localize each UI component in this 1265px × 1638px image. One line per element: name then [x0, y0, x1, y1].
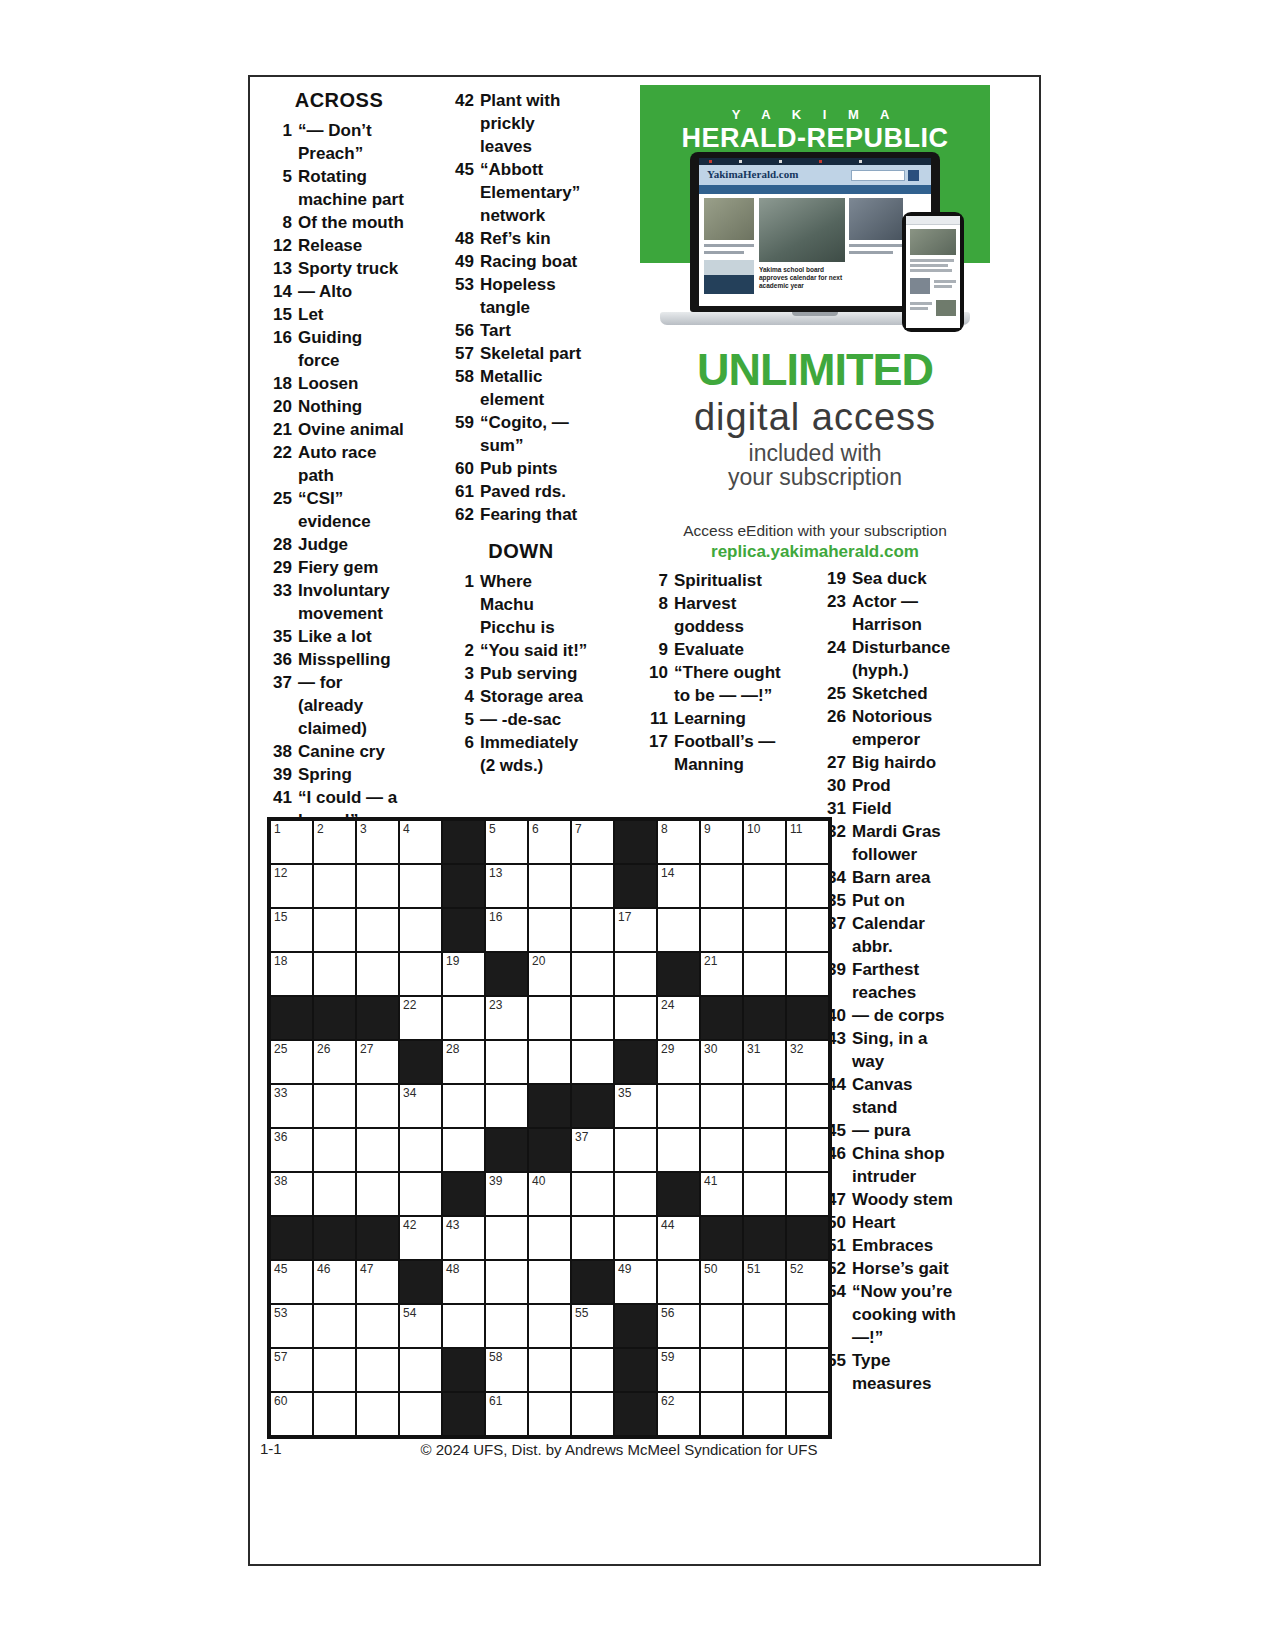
cell-number: 32	[790, 1042, 803, 1056]
grid-cell[interactable]: 36	[270, 1128, 313, 1172]
cell-number: 13	[489, 866, 502, 880]
grid-cell[interactable]: 56	[657, 1304, 700, 1348]
grid-cell[interactable]	[614, 952, 657, 996]
grid-cell[interactable]: 61	[485, 1392, 528, 1436]
grid-cell[interactable]: 31	[743, 1040, 786, 1084]
grid-cell[interactable]: 11	[786, 820, 829, 864]
grid-cell[interactable]	[528, 1260, 571, 1304]
grid-cell[interactable]: 21	[700, 952, 743, 996]
clue-item: 5Rotating machine part	[266, 165, 412, 211]
clue-number: 57	[448, 342, 480, 365]
grid-cell[interactable]: 24	[657, 996, 700, 1040]
clue-number: 3	[448, 662, 480, 685]
ad-headline: UNLIMITED	[640, 347, 990, 393]
grid-cell[interactable]	[485, 1304, 528, 1348]
clue-item: 24Disturbance (hyph.)	[820, 636, 966, 682]
cell-number: 52	[790, 1262, 803, 1276]
clue-item: 60Pub pints	[448, 457, 594, 480]
grid-black-cell	[485, 952, 528, 996]
grid-cell[interactable]: 16	[485, 908, 528, 952]
grid-cell[interactable]: 14	[657, 864, 700, 908]
grid-cell[interactable]	[571, 1392, 614, 1436]
grid-cell[interactable]	[786, 1304, 829, 1348]
grid-cell[interactable]	[571, 1348, 614, 1392]
grid-cell[interactable]	[700, 1128, 743, 1172]
grid-black-cell	[657, 1172, 700, 1216]
grid-black-cell	[743, 1216, 786, 1260]
grid-cell[interactable]: 4	[399, 820, 442, 864]
clue-number: 49	[448, 250, 480, 273]
grid-cell[interactable]	[356, 1348, 399, 1392]
grid-cell[interactable]: 13	[485, 864, 528, 908]
site-nav-bar	[699, 185, 931, 194]
clue-item: 52Horse’s gait	[820, 1257, 966, 1280]
grid-cell[interactable]	[399, 1128, 442, 1172]
clue-text: “Cogito, — sum”	[480, 411, 590, 457]
grid-cell[interactable]	[700, 1304, 743, 1348]
grid-black-cell	[571, 1084, 614, 1128]
grid-cell[interactable]	[442, 1084, 485, 1128]
grid-cell[interactable]: 53	[270, 1304, 313, 1348]
grid-cell[interactable]: 20	[528, 952, 571, 996]
grid-cell[interactable]	[528, 1348, 571, 1392]
grid-cell[interactable]	[442, 996, 485, 1040]
clue-text: “CSI” evidence	[298, 487, 408, 533]
grid-cell[interactable]	[700, 1392, 743, 1436]
grid-cell[interactable]	[399, 952, 442, 996]
grid-cell[interactable]	[528, 996, 571, 1040]
cell-number: 12	[274, 866, 287, 880]
grid-cell[interactable]	[786, 1172, 829, 1216]
text-bar	[910, 264, 948, 267]
clue-item: 12Release	[266, 234, 412, 257]
grid-black-cell	[614, 1392, 657, 1436]
grid-cell[interactable]	[786, 1084, 829, 1128]
grid-black-cell	[571, 1260, 614, 1304]
across-column-1: ACROSS 1“— Don’t Preach”5Rotating machin…	[266, 89, 412, 832]
clue-number: 19	[820, 567, 852, 590]
cell-number: 27	[360, 1042, 373, 1056]
grid-cell[interactable]	[571, 952, 614, 996]
grid-black-cell	[614, 1348, 657, 1392]
grid-cell[interactable]: 29	[657, 1040, 700, 1084]
news-photo	[849, 198, 903, 240]
grid-cell[interactable]	[743, 1304, 786, 1348]
grid-cell[interactable]	[399, 864, 442, 908]
cell-number: 51	[747, 1262, 760, 1276]
cell-number: 45	[274, 1262, 287, 1276]
grid-cell[interactable]	[571, 864, 614, 908]
grid-cell[interactable]: 38	[270, 1172, 313, 1216]
grid-cell[interactable]	[614, 996, 657, 1040]
clue-item: 27Big hairdo	[820, 751, 966, 774]
grid-cell[interactable]	[313, 1084, 356, 1128]
grid-cell[interactable]	[700, 1084, 743, 1128]
cell-number: 57	[274, 1350, 287, 1364]
clue-item: 61Paved rds.	[448, 480, 594, 503]
grid-cell[interactable]	[442, 1128, 485, 1172]
clue-number: 20	[266, 395, 298, 418]
cell-number: 1	[274, 822, 281, 836]
grid-cell[interactable]: 52	[786, 1260, 829, 1304]
down-column-1: 7Spiritualist8Harvest goddess9Evaluate10…	[642, 569, 788, 776]
clue-text: Calendar abbr.	[852, 912, 962, 958]
grid-cell[interactable]: 2	[313, 820, 356, 864]
text-bar	[910, 259, 954, 262]
cell-number: 24	[661, 998, 674, 1012]
grid-cell[interactable]	[657, 1128, 700, 1172]
clue-number: 10	[642, 661, 674, 684]
text-bar	[704, 244, 754, 247]
grid-cell[interactable]: 1	[270, 820, 313, 864]
cell-number: 4	[403, 822, 410, 836]
down-clue-list-1: 1Where Machu Picchu is2“You said it!”3Pu…	[448, 570, 594, 777]
clue-text: Nothing	[298, 395, 408, 418]
clue-item: 22Auto race path	[266, 441, 412, 487]
clue-item: 42Plant with prickly leaves	[448, 89, 594, 158]
ad-sub-line2: your subscription	[640, 465, 990, 489]
clue-text: Canine cry	[298, 740, 408, 763]
grid-cell[interactable]	[356, 1128, 399, 1172]
clue-item: 34Barn area	[820, 866, 966, 889]
grid-cell[interactable]	[399, 1392, 442, 1436]
grid-cell[interactable]	[485, 1260, 528, 1304]
cell-number: 30	[704, 1042, 717, 1056]
laptop-headline: Yakima school board approves calendar fo…	[759, 266, 851, 290]
grid-cell[interactable]	[743, 1348, 786, 1392]
grid-cell[interactable]	[571, 996, 614, 1040]
clue-number: 25	[266, 487, 298, 510]
cell-number: 20	[532, 954, 545, 968]
grid-black-cell	[528, 1128, 571, 1172]
grid-cell[interactable]	[786, 864, 829, 908]
grid-cell[interactable]: 58	[485, 1348, 528, 1392]
clue-item: 39Spring	[266, 763, 412, 786]
clue-item: 49Racing boat	[448, 250, 594, 273]
grid-cell[interactable]	[528, 1304, 571, 1348]
clue-number: 59	[448, 411, 480, 434]
clue-item: 7Spiritualist	[642, 569, 788, 592]
grid-cell[interactable]: 12	[270, 864, 313, 908]
grid-black-cell	[442, 864, 485, 908]
grid-cell[interactable]: 15	[270, 908, 313, 952]
grid-cell[interactable]	[399, 1348, 442, 1392]
grid-cell[interactable]	[485, 1216, 528, 1260]
clue-text: Barn area	[852, 866, 962, 889]
cell-number: 2	[317, 822, 324, 836]
clue-item: 50Heart	[820, 1211, 966, 1234]
grid-cell[interactable]	[528, 908, 571, 952]
grid-cell[interactable]: 47	[356, 1260, 399, 1304]
grid-cell[interactable]: 62	[657, 1392, 700, 1436]
grid-cell[interactable]	[657, 908, 700, 952]
clue-number: 2	[448, 639, 480, 662]
grid-cell[interactable]	[485, 1084, 528, 1128]
grid-cell[interactable]: 46	[313, 1260, 356, 1304]
grid-cell[interactable]: 39	[485, 1172, 528, 1216]
clue-item: 21Ovine animal	[266, 418, 412, 441]
grid-black-cell	[313, 996, 356, 1040]
phone-photo	[936, 300, 956, 316]
grid-cell[interactable]	[356, 1172, 399, 1216]
cell-number: 33	[274, 1086, 287, 1100]
grid-black-cell	[442, 908, 485, 952]
grid-cell[interactable]: 54	[399, 1304, 442, 1348]
clue-number: 53	[448, 273, 480, 296]
grid-cell[interactable]: 55	[571, 1304, 614, 1348]
clue-item: 62Fearing that	[448, 503, 594, 526]
grid-cell[interactable]: 48	[442, 1260, 485, 1304]
grid-cell[interactable]	[356, 908, 399, 952]
grid-black-cell	[442, 1392, 485, 1436]
grid-cell[interactable]	[356, 1392, 399, 1436]
grid-cell[interactable]: 51	[743, 1260, 786, 1304]
grid-cell[interactable]	[313, 1392, 356, 1436]
across-clue-list-2: 42Plant with prickly leaves45“Abbott Ele…	[448, 89, 594, 526]
grid-cell[interactable]: 7	[571, 820, 614, 864]
clue-text: Sketched	[852, 682, 962, 705]
clue-item: 39Farthest reaches	[820, 958, 966, 1004]
down-column-2: 19Sea duck23Actor — Harrison24Disturbanc…	[820, 567, 966, 1395]
grid-cell[interactable]: 44	[657, 1216, 700, 1260]
grid-cell[interactable]	[356, 1084, 399, 1128]
grid-cell[interactable]: 27	[356, 1040, 399, 1084]
news-ad-photo	[704, 260, 754, 294]
ad-url-link[interactable]: replica.yakimaherald.com	[640, 542, 990, 562]
clue-number: 9	[642, 638, 674, 661]
site-masthead-logo: YakimaHerald.com	[707, 168, 798, 180]
grid-cell[interactable]	[399, 908, 442, 952]
grid-cell[interactable]	[313, 1304, 356, 1348]
ad-sub-line1: included with	[640, 441, 990, 465]
clue-number: 39	[266, 763, 298, 786]
clue-item: 45— pura	[820, 1119, 966, 1142]
clue-text: Horse’s gait	[852, 1257, 962, 1280]
clue-number: 30	[820, 774, 852, 797]
text-bar	[910, 302, 932, 305]
clue-text: Metallic element	[480, 365, 590, 411]
grid-cell[interactable]	[485, 1040, 528, 1084]
grid-cell[interactable]	[743, 864, 786, 908]
grid-cell[interactable]	[614, 1172, 657, 1216]
clue-text: Heart	[852, 1211, 962, 1234]
grid-cell[interactable]: 6	[528, 820, 571, 864]
grid-cell[interactable]: 41	[700, 1172, 743, 1216]
clue-item: 19Sea duck	[820, 567, 966, 590]
grid-cell[interactable]: 8	[657, 820, 700, 864]
grid-black-cell	[270, 1216, 313, 1260]
grid-cell[interactable]	[571, 1040, 614, 1084]
grid-cell[interactable]: 50	[700, 1260, 743, 1304]
grid-cell[interactable]: 3	[356, 820, 399, 864]
grid-cell[interactable]	[786, 952, 829, 996]
grid-cell[interactable]: 26	[313, 1040, 356, 1084]
grid-black-cell	[614, 1304, 657, 1348]
grid-cell[interactable]: 32	[786, 1040, 829, 1084]
clue-text: “You said it!”	[480, 639, 590, 662]
grid-cell[interactable]	[657, 1084, 700, 1128]
clue-number: 22	[266, 441, 298, 464]
clue-number: 13	[266, 257, 298, 280]
grid-cell[interactable]: 35	[614, 1084, 657, 1128]
grid-cell[interactable]	[743, 1084, 786, 1128]
grid-cell[interactable]: 22	[399, 996, 442, 1040]
cell-number: 43	[446, 1218, 459, 1232]
clue-item: 40— de corps	[820, 1004, 966, 1027]
clue-item: 25Sketched	[820, 682, 966, 705]
grid-cell[interactable]	[356, 952, 399, 996]
clue-text: Misspelling	[298, 648, 408, 671]
clue-number: 11	[642, 707, 674, 730]
clue-number: 25	[820, 682, 852, 705]
grid-cell[interactable]	[743, 952, 786, 996]
down-heading: DOWN	[448, 540, 594, 563]
grid-black-cell	[657, 952, 700, 996]
grid-cell[interactable]	[786, 1128, 829, 1172]
clue-item: 16Guiding force	[266, 326, 412, 372]
cell-number: 8	[661, 822, 668, 836]
grid-cell[interactable]	[399, 1172, 442, 1216]
clue-item: 10“There ought to be — —!”	[642, 661, 788, 707]
grid-black-cell	[399, 1040, 442, 1084]
grid-cell[interactable]: 25	[270, 1040, 313, 1084]
clue-text: Disturbance (hyph.)	[852, 636, 962, 682]
grid-cell[interactable]	[528, 1216, 571, 1260]
text-bar	[910, 269, 952, 272]
text-bar	[704, 251, 744, 254]
cell-number: 23	[489, 998, 502, 1012]
clue-text: “There ought to be — —!”	[674, 661, 784, 707]
site-search-button	[908, 170, 919, 181]
grid-cell[interactable]	[657, 1260, 700, 1304]
grid-cell[interactable]	[571, 1172, 614, 1216]
clue-item: 35Put on	[820, 889, 966, 912]
grid-cell[interactable]	[700, 864, 743, 908]
clue-text: Ref’s kin	[480, 227, 590, 250]
grid-cell[interactable]	[528, 1040, 571, 1084]
cell-number: 25	[274, 1042, 287, 1056]
grid-cell[interactable]: 40	[528, 1172, 571, 1216]
down-clue-list-2: 7Spiritualist8Harvest goddess9Evaluate10…	[642, 569, 788, 776]
site-content: Yakima school board approves calendar fo…	[699, 194, 931, 306]
grid-cell[interactable]: 37	[571, 1128, 614, 1172]
grid-cell[interactable]: 23	[485, 996, 528, 1040]
grid-black-cell	[786, 1216, 829, 1260]
grid-cell[interactable]	[313, 1128, 356, 1172]
grid-cell[interactable]	[356, 1304, 399, 1348]
grid-cell[interactable]	[614, 1128, 657, 1172]
grid-cell[interactable]: 28	[442, 1040, 485, 1084]
clue-item: 28Judge	[266, 533, 412, 556]
grid-cell[interactable]: 43	[442, 1216, 485, 1260]
grid-cell[interactable]	[313, 1348, 356, 1392]
grid-cell[interactable]: 34	[399, 1084, 442, 1128]
grid-cell[interactable]	[743, 1172, 786, 1216]
clue-text: Big hairdo	[852, 751, 962, 774]
grid-cell[interactable]	[786, 908, 829, 952]
phone-photo	[910, 278, 930, 294]
clue-item: 26Notorious emperor	[820, 705, 966, 751]
clue-number: 15	[266, 303, 298, 326]
clue-item: 35Like a lot	[266, 625, 412, 648]
cell-number: 50	[704, 1262, 717, 1276]
clue-text: Put on	[852, 889, 962, 912]
grid-black-cell	[700, 996, 743, 1040]
grid-cell[interactable]	[313, 1172, 356, 1216]
grid-cell[interactable]: 57	[270, 1348, 313, 1392]
clue-number: 24	[820, 636, 852, 659]
grid-cell[interactable]: 30	[700, 1040, 743, 1084]
grid-cell[interactable]	[786, 1348, 829, 1392]
clue-item: 18Loosen	[266, 372, 412, 395]
clue-text: Involuntary movement	[298, 579, 408, 625]
clue-text: Field	[852, 797, 962, 820]
grid-cell[interactable]: 19	[442, 952, 485, 996]
cell-number: 31	[747, 1042, 760, 1056]
clue-item: 9Evaluate	[642, 638, 788, 661]
grid-cell[interactable]: 42	[399, 1216, 442, 1260]
grid-cell[interactable]: 60	[270, 1392, 313, 1436]
grid-cell[interactable]	[528, 864, 571, 908]
grid-cell[interactable]	[528, 1392, 571, 1436]
clue-text: Sing, in a way	[852, 1027, 962, 1073]
cell-number: 34	[403, 1086, 416, 1100]
clue-number: 29	[266, 556, 298, 579]
grid-cell[interactable]	[743, 1392, 786, 1436]
grid-cell[interactable]	[313, 952, 356, 996]
grid-black-cell	[700, 1216, 743, 1260]
grid-cell[interactable]: 59	[657, 1348, 700, 1392]
clue-number: 56	[448, 319, 480, 342]
clue-item: 44Canvas stand	[820, 1073, 966, 1119]
clue-number: 48	[448, 227, 480, 250]
grid-cell[interactable]: 9	[700, 820, 743, 864]
grid-cell[interactable]	[743, 1128, 786, 1172]
clue-text: Storage area	[480, 685, 590, 708]
clue-text: Evaluate	[674, 638, 784, 661]
grid-cell[interactable]: 17	[614, 908, 657, 952]
grid-cell[interactable]: 49	[614, 1260, 657, 1304]
grid-cell[interactable]	[614, 1216, 657, 1260]
grid-cell[interactable]: 10	[743, 820, 786, 864]
grid-cell[interactable]	[442, 1304, 485, 1348]
grid-cell[interactable]	[356, 864, 399, 908]
grid-cell[interactable]	[700, 1348, 743, 1392]
grid-cell[interactable]	[786, 1392, 829, 1436]
grid-cell[interactable]: 5	[485, 820, 528, 864]
clue-item: 58Metallic element	[448, 365, 594, 411]
cell-number: 60	[274, 1394, 287, 1408]
grid-cell[interactable]	[571, 908, 614, 952]
grid-cell[interactable]: 45	[270, 1260, 313, 1304]
cell-number: 61	[489, 1394, 502, 1408]
clue-number: 45	[448, 158, 480, 181]
grid-cell[interactable]	[313, 864, 356, 908]
grid-black-cell	[442, 1348, 485, 1392]
clue-text: Spring	[298, 763, 408, 786]
grid-cell[interactable]	[743, 908, 786, 952]
clue-number: 4	[448, 685, 480, 708]
clue-item: 38Canine cry	[266, 740, 412, 763]
grid-cell[interactable]: 18	[270, 952, 313, 996]
grid-cell[interactable]: 33	[270, 1084, 313, 1128]
grid-cell[interactable]	[700, 908, 743, 952]
clue-number: 23	[820, 590, 852, 613]
grid-black-cell	[485, 1128, 528, 1172]
grid-cell[interactable]	[571, 1216, 614, 1260]
grid-cell[interactable]	[313, 908, 356, 952]
clue-item: 56Tart	[448, 319, 594, 342]
